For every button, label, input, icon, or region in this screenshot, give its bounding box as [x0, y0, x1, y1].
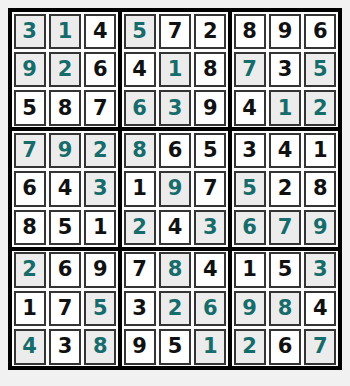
cell-r1c6[interactable]: 2: [194, 14, 226, 49]
cell-r8c7[interactable]: 9: [234, 291, 266, 326]
cell-r6c6[interactable]: 3: [194, 210, 226, 245]
cell-r7c3[interactable]: 9: [84, 252, 116, 287]
box-3: 896735412: [232, 12, 338, 127]
cell-r6c1[interactable]: 8: [14, 210, 46, 245]
cell-r4c9[interactable]: 1: [304, 133, 336, 168]
box-8: 784326951: [122, 251, 228, 366]
cell-r9c6[interactable]: 1: [194, 329, 226, 364]
cell-r1c5[interactable]: 7: [159, 14, 191, 49]
box-2: 572418639: [122, 12, 228, 127]
cell-r9c2[interactable]: 3: [49, 329, 81, 364]
cell-r4c8[interactable]: 4: [269, 133, 301, 168]
box-9: 153984267: [232, 251, 338, 366]
cell-r7c4[interactable]: 7: [124, 252, 156, 287]
cell-r8c6[interactable]: 6: [194, 291, 226, 326]
sudoku-board: 3149265875724186398967354127926438518651…: [8, 8, 342, 370]
cell-r2c1[interactable]: 9: [14, 52, 46, 87]
cell-r3c2[interactable]: 8: [49, 90, 81, 125]
cell-r1c7[interactable]: 8: [234, 14, 266, 49]
cell-r7c5[interactable]: 8: [159, 252, 191, 287]
cell-r5c1[interactable]: 6: [14, 171, 46, 206]
cell-r7c7[interactable]: 1: [234, 252, 266, 287]
cell-r9c4[interactable]: 9: [124, 329, 156, 364]
cell-r5c4[interactable]: 1: [124, 171, 156, 206]
cell-r2c7[interactable]: 7: [234, 52, 266, 87]
cell-r4c1[interactable]: 7: [14, 133, 46, 168]
cell-r7c8[interactable]: 5: [269, 252, 301, 287]
cell-r7c9[interactable]: 3: [304, 252, 336, 287]
cell-r3c1[interactable]: 5: [14, 90, 46, 125]
box-1: 314926587: [12, 12, 118, 127]
cell-r8c2[interactable]: 7: [49, 291, 81, 326]
cell-r3c8[interactable]: 1: [269, 90, 301, 125]
cell-r3c5[interactable]: 3: [159, 90, 191, 125]
cell-r7c1[interactable]: 2: [14, 252, 46, 287]
cell-r8c3[interactable]: 5: [84, 291, 116, 326]
sudoku-page: 3149265875724186398967354127926438518651…: [0, 0, 350, 386]
box-6: 341528679: [232, 131, 338, 246]
cell-r5c3[interactable]: 3: [84, 171, 116, 206]
cell-r9c1[interactable]: 4: [14, 329, 46, 364]
box-7: 269175438: [12, 251, 118, 366]
cell-r2c4[interactable]: 4: [124, 52, 156, 87]
cell-r3c9[interactable]: 2: [304, 90, 336, 125]
cell-r3c7[interactable]: 4: [234, 90, 266, 125]
cell-r9c5[interactable]: 5: [159, 329, 191, 364]
cell-r9c8[interactable]: 6: [269, 329, 301, 364]
cell-r6c3[interactable]: 1: [84, 210, 116, 245]
cell-r7c2[interactable]: 6: [49, 252, 81, 287]
cell-r5c7[interactable]: 5: [234, 171, 266, 206]
cell-r6c9[interactable]: 9: [304, 210, 336, 245]
cell-r1c8[interactable]: 9: [269, 14, 301, 49]
cell-r9c3[interactable]: 8: [84, 329, 116, 364]
box-5: 865197243: [122, 131, 228, 246]
cell-r2c9[interactable]: 5: [304, 52, 336, 87]
cell-r5c2[interactable]: 4: [49, 171, 81, 206]
cell-r4c3[interactable]: 2: [84, 133, 116, 168]
cell-r2c3[interactable]: 6: [84, 52, 116, 87]
cell-r3c3[interactable]: 7: [84, 90, 116, 125]
cell-r9c9[interactable]: 7: [304, 329, 336, 364]
box-4: 792643851: [12, 131, 118, 246]
cell-r8c5[interactable]: 2: [159, 291, 191, 326]
cell-r1c4[interactable]: 5: [124, 14, 156, 49]
cell-r8c1[interactable]: 1: [14, 291, 46, 326]
cell-r1c9[interactable]: 6: [304, 14, 336, 49]
cell-r5c5[interactable]: 9: [159, 171, 191, 206]
cell-r4c7[interactable]: 3: [234, 133, 266, 168]
cell-r6c4[interactable]: 2: [124, 210, 156, 245]
cell-r4c4[interactable]: 8: [124, 133, 156, 168]
cell-r8c4[interactable]: 3: [124, 291, 156, 326]
cell-r3c4[interactable]: 6: [124, 90, 156, 125]
cell-r6c5[interactable]: 4: [159, 210, 191, 245]
cell-r3c6[interactable]: 9: [194, 90, 226, 125]
cell-r4c6[interactable]: 5: [194, 133, 226, 168]
cell-r4c2[interactable]: 9: [49, 133, 81, 168]
cell-r9c7[interactable]: 2: [234, 329, 266, 364]
cell-r5c6[interactable]: 7: [194, 171, 226, 206]
cell-r6c8[interactable]: 7: [269, 210, 301, 245]
cell-r2c2[interactable]: 2: [49, 52, 81, 87]
cell-r5c9[interactable]: 8: [304, 171, 336, 206]
cell-r1c1[interactable]: 3: [14, 14, 46, 49]
cell-r5c8[interactable]: 2: [269, 171, 301, 206]
cell-r8c8[interactable]: 8: [269, 291, 301, 326]
cell-r2c8[interactable]: 3: [269, 52, 301, 87]
cell-r6c2[interactable]: 5: [49, 210, 81, 245]
cell-r2c6[interactable]: 8: [194, 52, 226, 87]
cell-r8c9[interactable]: 4: [304, 291, 336, 326]
cell-r6c7[interactable]: 6: [234, 210, 266, 245]
cell-r7c6[interactable]: 4: [194, 252, 226, 287]
cell-r1c3[interactable]: 4: [84, 14, 116, 49]
cell-r2c5[interactable]: 1: [159, 52, 191, 87]
cell-r4c5[interactable]: 6: [159, 133, 191, 168]
cell-r1c2[interactable]: 1: [49, 14, 81, 49]
